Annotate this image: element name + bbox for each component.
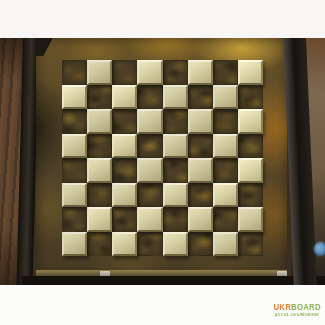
square-f2 — [188, 207, 213, 232]
square-g4 — [213, 158, 238, 183]
square-b2 — [87, 207, 112, 232]
square-f1 — [188, 232, 213, 257]
square-a5 — [62, 134, 87, 159]
square-a2 — [62, 207, 87, 232]
square-a4 — [62, 158, 87, 183]
square-b3 — [87, 183, 112, 208]
square-c2 — [112, 207, 137, 232]
square-h2 — [238, 207, 263, 232]
chessboard-photo — [0, 38, 325, 285]
square-e6 — [163, 109, 188, 134]
square-a1 — [62, 232, 87, 257]
square-c1 — [112, 232, 137, 257]
square-b8 — [87, 60, 112, 85]
square-h5 — [238, 134, 263, 159]
case-corner — [36, 38, 66, 56]
square-c5 — [112, 134, 137, 159]
square-h7 — [238, 85, 263, 110]
chessboard-grid — [62, 60, 263, 256]
watermark-brand: UKRBOARD — [274, 302, 321, 312]
square-e7 — [163, 85, 188, 110]
square-d2 — [137, 207, 162, 232]
square-g6 — [213, 109, 238, 134]
square-g8 — [213, 60, 238, 85]
square-g2 — [213, 207, 238, 232]
square-b4 — [87, 158, 112, 183]
square-d4 — [137, 158, 162, 183]
square-c6 — [112, 109, 137, 134]
square-a8 — [62, 60, 87, 85]
square-g1 — [213, 232, 238, 257]
square-d7 — [137, 85, 162, 110]
square-g7 — [213, 85, 238, 110]
square-f5 — [188, 134, 213, 159]
square-b5 — [87, 134, 112, 159]
square-f7 — [188, 85, 213, 110]
square-f4 — [188, 158, 213, 183]
top-white-band — [0, 0, 325, 38]
square-e2 — [163, 207, 188, 232]
square-d1 — [137, 232, 162, 257]
square-d5 — [137, 134, 162, 159]
square-g5 — [213, 134, 238, 159]
square-h6 — [238, 109, 263, 134]
square-c3 — [112, 183, 137, 208]
watermark-brand-prefix: UKR — [274, 301, 292, 312]
square-d6 — [137, 109, 162, 134]
case-front-edge — [22, 276, 325, 285]
square-c7 — [112, 85, 137, 110]
square-a7 — [62, 85, 87, 110]
square-a6 — [62, 109, 87, 134]
square-b1 — [87, 232, 112, 257]
blue-object — [314, 242, 325, 256]
square-f3 — [188, 183, 213, 208]
square-h4 — [238, 158, 263, 183]
square-e1 — [163, 232, 188, 257]
square-f8 — [188, 60, 213, 85]
square-b7 — [87, 85, 112, 110]
screenshot: UKRBOARD доска объявлений — [0, 0, 325, 325]
square-h3 — [238, 183, 263, 208]
watermark-brand-suffix: BOARD — [291, 301, 321, 312]
square-b6 — [87, 109, 112, 134]
square-e5 — [163, 134, 188, 159]
square-e3 — [163, 183, 188, 208]
square-d3 — [137, 183, 162, 208]
square-c8 — [112, 60, 137, 85]
square-f6 — [188, 109, 213, 134]
square-h1 — [238, 232, 263, 257]
square-g3 — [213, 183, 238, 208]
square-d8 — [137, 60, 162, 85]
square-c4 — [112, 158, 137, 183]
square-a3 — [62, 183, 87, 208]
ukrboard-watermark: UKRBOARD доска объявлений — [274, 302, 321, 317]
watermark-tagline: доска объявлений — [274, 313, 321, 317]
square-e8 — [163, 60, 188, 85]
square-h8 — [238, 60, 263, 85]
square-e4 — [163, 158, 188, 183]
